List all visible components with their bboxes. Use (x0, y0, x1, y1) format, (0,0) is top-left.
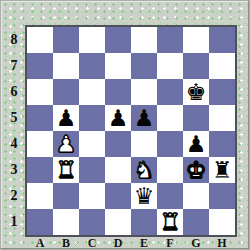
square-g3[interactable]: ♚ (183, 157, 209, 183)
square-h2[interactable] (209, 183, 235, 209)
square-b3[interactable]: ♜ (53, 157, 79, 183)
square-a2[interactable] (27, 183, 53, 209)
square-g4[interactable]: ♟ (183, 131, 209, 157)
square-a3[interactable] (27, 157, 53, 183)
file-label-e: E (131, 236, 157, 250)
square-c1[interactable] (79, 209, 105, 235)
square-b7[interactable] (53, 53, 79, 79)
rank-label-5: 5 (5, 105, 23, 131)
square-c3[interactable] (79, 157, 105, 183)
square-b2[interactable] (53, 183, 79, 209)
diagram-frame: 87654321 ♚♟♟♟♟♟♜♞♚♜♛♜ ABCDEFGH (0, 0, 250, 250)
square-g5[interactable] (183, 105, 209, 131)
square-c8[interactable] (79, 27, 105, 53)
square-c6[interactable] (79, 79, 105, 105)
square-e1[interactable] (131, 209, 157, 235)
square-c5[interactable] (79, 105, 105, 131)
chess-board: ♚♟♟♟♟♟♜♞♚♜♛♜ (27, 27, 235, 235)
square-b4[interactable]: ♟ (53, 131, 79, 157)
file-label-a: A (27, 236, 53, 250)
piece-white-king-g3[interactable]: ♚ (186, 157, 207, 183)
square-f7[interactable] (157, 53, 183, 79)
square-e5[interactable]: ♟ (131, 105, 157, 131)
rank-label-2: 2 (5, 183, 23, 209)
square-a5[interactable] (27, 105, 53, 131)
square-d6[interactable] (105, 79, 131, 105)
piece-black-king-g6[interactable]: ♚ (186, 79, 207, 105)
square-d7[interactable] (105, 53, 131, 79)
square-e7[interactable] (131, 53, 157, 79)
square-g8[interactable] (183, 27, 209, 53)
piece-white-knight-e3[interactable]: ♞ (134, 157, 155, 183)
square-d8[interactable] (105, 27, 131, 53)
square-e4[interactable] (131, 131, 157, 157)
file-label-h: H (209, 236, 235, 250)
file-label-g: G (183, 236, 209, 250)
piece-black-pawn-d5[interactable]: ♟ (108, 105, 129, 131)
file-labels: ABCDEFGH (27, 236, 235, 250)
piece-black-pawn-g4[interactable]: ♟ (186, 131, 207, 157)
piece-black-rook-h3[interactable]: ♜ (212, 157, 233, 183)
square-e8[interactable] (131, 27, 157, 53)
square-f5[interactable] (157, 105, 183, 131)
square-g1[interactable] (183, 209, 209, 235)
file-label-f: F (157, 236, 183, 250)
square-d2[interactable] (105, 183, 131, 209)
rank-label-3: 3 (5, 157, 23, 183)
square-h8[interactable] (209, 27, 235, 53)
piece-white-pawn-b4[interactable]: ♟ (56, 131, 77, 157)
piece-black-queen-e2[interactable]: ♛ (134, 183, 155, 209)
square-h3[interactable]: ♜ (209, 157, 235, 183)
square-a8[interactable] (27, 27, 53, 53)
square-c2[interactable] (79, 183, 105, 209)
rank-labels: 87654321 (5, 27, 23, 235)
square-d3[interactable] (105, 157, 131, 183)
square-h1[interactable] (209, 209, 235, 235)
piece-black-pawn-e5[interactable]: ♟ (134, 105, 155, 131)
rank-label-1: 1 (5, 209, 23, 235)
file-label-b: B (53, 236, 79, 250)
square-a7[interactable] (27, 53, 53, 79)
square-f6[interactable] (157, 79, 183, 105)
rank-label-4: 4 (5, 131, 23, 157)
square-e2[interactable]: ♛ (131, 183, 157, 209)
square-g7[interactable] (183, 53, 209, 79)
rank-label-8: 8 (5, 27, 23, 53)
square-h6[interactable] (209, 79, 235, 105)
square-e3[interactable]: ♞ (131, 157, 157, 183)
piece-white-rook-f1[interactable]: ♜ (160, 209, 181, 235)
square-e6[interactable] (131, 79, 157, 105)
square-a1[interactable] (27, 209, 53, 235)
square-g6[interactable]: ♚ (183, 79, 209, 105)
square-b8[interactable] (53, 27, 79, 53)
square-c7[interactable] (79, 53, 105, 79)
piece-black-pawn-b5[interactable]: ♟ (56, 105, 77, 131)
square-h7[interactable] (209, 53, 235, 79)
square-c4[interactable] (79, 131, 105, 157)
piece-white-rook-b3[interactable]: ♜ (56, 157, 77, 183)
square-b6[interactable] (53, 79, 79, 105)
file-label-c: C (79, 236, 105, 250)
rank-label-6: 6 (5, 79, 23, 105)
file-label-d: D (105, 236, 131, 250)
square-a6[interactable] (27, 79, 53, 105)
square-f4[interactable] (157, 131, 183, 157)
square-d5[interactable]: ♟ (105, 105, 131, 131)
square-f1[interactable]: ♜ (157, 209, 183, 235)
square-h5[interactable] (209, 105, 235, 131)
square-f2[interactable] (157, 183, 183, 209)
board-outline: ♚♟♟♟♟♟♜♞♚♜♛♜ (25, 25, 237, 237)
square-g2[interactable] (183, 183, 209, 209)
square-a4[interactable] (27, 131, 53, 157)
square-b1[interactable] (53, 209, 79, 235)
rank-label-7: 7 (5, 53, 23, 79)
square-d1[interactable] (105, 209, 131, 235)
square-d4[interactable] (105, 131, 131, 157)
square-b5[interactable]: ♟ (53, 105, 79, 131)
square-h4[interactable] (209, 131, 235, 157)
square-f8[interactable] (157, 27, 183, 53)
square-f3[interactable] (157, 157, 183, 183)
